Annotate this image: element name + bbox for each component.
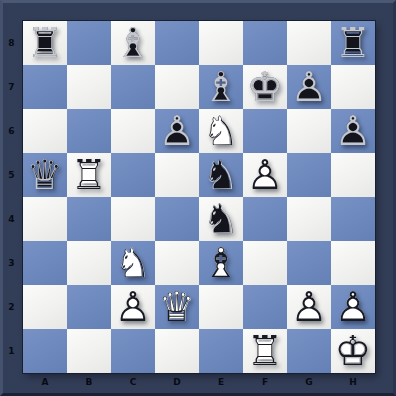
black-rook-piece[interactable]: ♜♖	[331, 21, 375, 65]
square-b6[interactable]	[67, 109, 111, 153]
square-f5[interactable]: ♟♙	[243, 153, 287, 197]
square-c3[interactable]: ♞♘	[111, 241, 155, 285]
square-h7[interactable]	[331, 65, 375, 109]
square-g7[interactable]: ♟♙	[287, 65, 331, 109]
square-d5[interactable]	[155, 153, 199, 197]
file-label-c: C	[111, 373, 155, 396]
square-e5[interactable]: ♞♘	[199, 153, 243, 197]
black-pawn-piece[interactable]: ♟♙	[287, 65, 331, 109]
square-h4[interactable]	[331, 197, 375, 241]
pawn-outline-icon: ♙	[155, 109, 199, 153]
square-g1[interactable]	[287, 329, 331, 373]
knight-outline-icon: ♘	[199, 197, 243, 241]
square-b1[interactable]	[67, 329, 111, 373]
knight-outline-icon: ♘	[111, 241, 155, 285]
file-label-d: D	[155, 373, 199, 396]
white-pawn-piece[interactable]: ♟♙	[243, 153, 287, 197]
white-pawn-piece[interactable]: ♟♙	[331, 285, 375, 329]
square-e7[interactable]: ♝♗	[199, 65, 243, 109]
square-c5[interactable]	[111, 153, 155, 197]
queen-icon: ♛	[23, 153, 67, 197]
pawn-icon: ♟	[331, 109, 375, 153]
file-label-g: G	[287, 373, 331, 396]
rank-label-8: 8	[0, 21, 23, 65]
bishop-icon: ♝	[199, 241, 243, 285]
file-label-a: A	[23, 373, 67, 396]
file-label-f: F	[243, 373, 287, 396]
square-d7[interactable]	[155, 65, 199, 109]
black-bishop-piece[interactable]: ♝♗	[111, 21, 155, 65]
knight-icon: ♞	[199, 153, 243, 197]
square-b8[interactable]	[67, 21, 111, 65]
rank-labels: 87654321	[0, 21, 23, 373]
square-c4[interactable]	[111, 197, 155, 241]
pawn-icon: ♟	[243, 153, 287, 197]
black-pawn-piece[interactable]: ♟♙	[155, 109, 199, 153]
pawn-outline-icon: ♙	[287, 285, 331, 329]
rook-outline-icon: ♖	[67, 153, 111, 197]
knight-icon: ♞	[199, 109, 243, 153]
square-g4[interactable]	[287, 197, 331, 241]
square-e2[interactable]	[199, 285, 243, 329]
white-pawn-piece[interactable]: ♟♙	[287, 285, 331, 329]
square-e6[interactable]: ♞♘	[199, 109, 243, 153]
square-e4[interactable]: ♞♘	[199, 197, 243, 241]
square-f8[interactable]	[243, 21, 287, 65]
king-outline-icon: ♔	[331, 329, 375, 373]
black-king-piece[interactable]: ♚♔	[243, 65, 287, 109]
square-f3[interactable]	[243, 241, 287, 285]
square-c6[interactable]	[111, 109, 155, 153]
square-h8[interactable]: ♜♖	[331, 21, 375, 65]
square-a5[interactable]: ♛♕	[23, 153, 67, 197]
square-c2[interactable]: ♟♙	[111, 285, 155, 329]
square-g6[interactable]	[287, 109, 331, 153]
square-c7[interactable]	[111, 65, 155, 109]
bishop-outline-icon: ♗	[199, 241, 243, 285]
rank-label-7: 7	[0, 65, 23, 109]
square-f4[interactable]	[243, 197, 287, 241]
square-h2[interactable]: ♟♙	[331, 285, 375, 329]
pawn-outline-icon: ♙	[331, 109, 375, 153]
black-bishop-piece[interactable]: ♝♗	[199, 65, 243, 109]
square-g8[interactable]	[287, 21, 331, 65]
square-a8[interactable]: ♜♖	[23, 21, 67, 65]
square-g2[interactable]: ♟♙	[287, 285, 331, 329]
king-icon: ♚	[243, 65, 287, 109]
queen-icon: ♛	[155, 285, 199, 329]
black-queen-piece[interactable]: ♛♕	[23, 153, 67, 197]
square-h5[interactable]	[331, 153, 375, 197]
bishop-icon: ♝	[199, 65, 243, 109]
square-h1[interactable]: ♚♔	[331, 329, 375, 373]
square-b2[interactable]	[67, 285, 111, 329]
rank-label-2: 2	[0, 285, 23, 329]
square-a4[interactable]	[23, 197, 67, 241]
square-f7[interactable]: ♚♔	[243, 65, 287, 109]
square-g5[interactable]	[287, 153, 331, 197]
rank-label-6: 6	[0, 109, 23, 153]
square-b7[interactable]	[67, 65, 111, 109]
file-label-h: H	[331, 373, 375, 396]
square-a7[interactable]	[23, 65, 67, 109]
bishop-outline-icon: ♗	[111, 21, 155, 65]
queen-outline-icon: ♕	[23, 153, 67, 197]
file-labels: ABCDEFGH	[23, 373, 375, 396]
pawn-outline-icon: ♙	[287, 65, 331, 109]
square-a3[interactable]	[23, 241, 67, 285]
knight-outline-icon: ♘	[199, 109, 243, 153]
bishop-outline-icon: ♗	[199, 65, 243, 109]
square-a1[interactable]	[23, 329, 67, 373]
square-b4[interactable]	[67, 197, 111, 241]
square-d2[interactable]: ♛♕	[155, 285, 199, 329]
black-pawn-piece[interactable]: ♟♙	[331, 109, 375, 153]
square-d4[interactable]	[155, 197, 199, 241]
white-queen-piece[interactable]: ♛♕	[155, 285, 199, 329]
rook-icon: ♜	[67, 153, 111, 197]
king-outline-icon: ♔	[243, 65, 287, 109]
pawn-icon: ♟	[331, 285, 375, 329]
white-rook-piece[interactable]: ♜♖	[67, 153, 111, 197]
square-d1[interactable]	[155, 329, 199, 373]
rook-outline-icon: ♖	[243, 329, 287, 373]
chess-app-window: 87654321 ABCDEFGH ♜♖♝♗♜♖♝♗♚♔♟♙♟♙♞♘♟♙♛♕♜♖…	[0, 0, 396, 396]
pawn-icon: ♟	[155, 109, 199, 153]
square-h3[interactable]	[331, 241, 375, 285]
square-d6[interactable]: ♟♙	[155, 109, 199, 153]
square-e1[interactable]	[199, 329, 243, 373]
rank-label-3: 3	[0, 241, 23, 285]
square-d3[interactable]	[155, 241, 199, 285]
knight-icon: ♞	[111, 241, 155, 285]
square-g3[interactable]	[287, 241, 331, 285]
square-f6[interactable]	[243, 109, 287, 153]
rank-label-4: 4	[0, 197, 23, 241]
square-f1[interactable]: ♜♖	[243, 329, 287, 373]
white-king-piece[interactable]: ♚♔	[331, 329, 375, 373]
black-rook-piece[interactable]: ♜♖	[23, 21, 67, 65]
square-b3[interactable]	[67, 241, 111, 285]
queen-outline-icon: ♕	[155, 285, 199, 329]
square-b5[interactable]: ♜♖	[67, 153, 111, 197]
file-label-b: B	[67, 373, 111, 396]
rook-icon: ♜	[331, 21, 375, 65]
pawn-icon: ♟	[287, 65, 331, 109]
white-rook-piece[interactable]: ♜♖	[243, 329, 287, 373]
square-h6[interactable]: ♟♙	[331, 109, 375, 153]
rook-outline-icon: ♖	[23, 21, 67, 65]
square-a6[interactable]	[23, 109, 67, 153]
square-d8[interactable]	[155, 21, 199, 65]
pawn-icon: ♟	[287, 285, 331, 329]
knight-icon: ♞	[199, 197, 243, 241]
white-knight-piece[interactable]: ♞♘	[111, 241, 155, 285]
rook-outline-icon: ♖	[331, 21, 375, 65]
rank-label-1: 1	[0, 329, 23, 373]
rook-icon: ♜	[243, 329, 287, 373]
white-bishop-piece[interactable]: ♝♗	[199, 241, 243, 285]
square-c8[interactable]: ♝♗	[111, 21, 155, 65]
king-icon: ♚	[331, 329, 375, 373]
white-pawn-piece[interactable]: ♟♙	[111, 285, 155, 329]
pawn-outline-icon: ♙	[111, 285, 155, 329]
square-c1[interactable]	[111, 329, 155, 373]
square-f2[interactable]	[243, 285, 287, 329]
rank-label-5: 5	[0, 153, 23, 197]
square-e3[interactable]: ♝♗	[199, 241, 243, 285]
pawn-icon: ♟	[111, 285, 155, 329]
rook-icon: ♜	[23, 21, 67, 65]
white-knight-piece[interactable]: ♞♘	[199, 109, 243, 153]
pawn-outline-icon: ♙	[331, 285, 375, 329]
square-a2[interactable]	[23, 285, 67, 329]
knight-outline-icon: ♘	[199, 153, 243, 197]
chess-board: ♜♖♝♗♜♖♝♗♚♔♟♙♟♙♞♘♟♙♛♕♜♖♞♘♟♙♞♘♞♘♝♗♟♙♛♕♟♙♟♙…	[23, 21, 375, 373]
bishop-icon: ♝	[111, 21, 155, 65]
pawn-outline-icon: ♙	[243, 153, 287, 197]
black-knight-piece[interactable]: ♞♘	[199, 153, 243, 197]
file-label-e: E	[199, 373, 243, 396]
square-e8[interactable]	[199, 21, 243, 65]
black-knight-piece[interactable]: ♞♘	[199, 197, 243, 241]
